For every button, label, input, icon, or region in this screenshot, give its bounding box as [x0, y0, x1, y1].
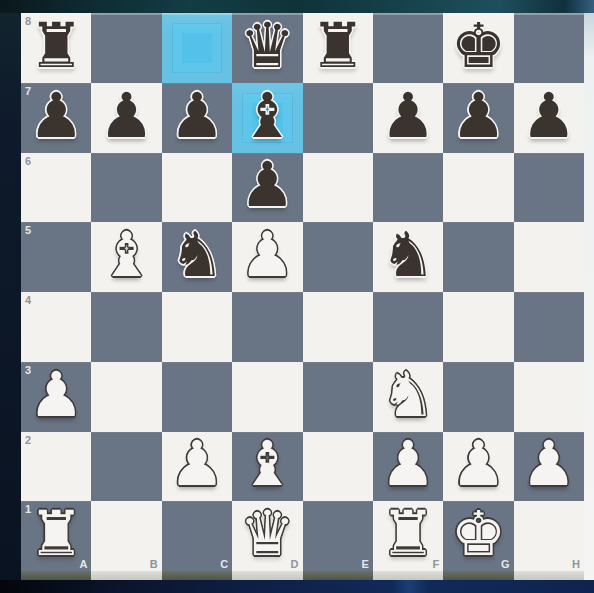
square-e2[interactable]: [303, 432, 373, 502]
rank-label-4: 4: [25, 294, 31, 306]
piece-white-pawn[interactable]: ♟: [240, 224, 296, 286]
piece-white-pawn[interactable]: ♟: [521, 433, 577, 495]
piece-white-queen[interactable]: ♛: [240, 503, 296, 565]
square-d7[interactable]: ♝: [232, 83, 302, 153]
square-g1[interactable]: G♚: [443, 501, 513, 571]
board-edge-segment: [373, 571, 443, 580]
piece-black-queen[interactable]: ♛: [240, 15, 296, 77]
square-c5[interactable]: ♞: [162, 222, 232, 292]
square-f8[interactable]: [373, 13, 443, 83]
board-edge-segment: [91, 571, 161, 580]
board-edge-segment: [443, 571, 513, 580]
file-label-g: G: [501, 558, 510, 570]
square-e3[interactable]: [303, 362, 373, 432]
square-b3[interactable]: [91, 362, 161, 432]
piece-white-pawn[interactable]: ♟: [451, 433, 507, 495]
square-g3[interactable]: [443, 362, 513, 432]
square-a3[interactable]: 3♟: [21, 362, 91, 432]
square-e1[interactable]: E: [303, 501, 373, 571]
piece-black-rook[interactable]: ♜: [28, 15, 84, 77]
board-bottom-edge: [21, 571, 584, 580]
square-h4[interactable]: [514, 292, 584, 362]
square-f2[interactable]: ♟: [373, 432, 443, 502]
square-b6[interactable]: [91, 153, 161, 223]
rank-label-8: 8: [25, 15, 31, 27]
square-c2[interactable]: ♟: [162, 432, 232, 502]
piece-white-pawn[interactable]: ♟: [28, 364, 84, 426]
square-h3[interactable]: [514, 362, 584, 432]
square-f4[interactable]: [373, 292, 443, 362]
square-d3[interactable]: [232, 362, 302, 432]
square-d5[interactable]: ♟: [232, 222, 302, 292]
file-label-d: D: [291, 558, 299, 570]
square-h2[interactable]: ♟: [514, 432, 584, 502]
square-a6[interactable]: 6: [21, 153, 91, 223]
square-g5[interactable]: [443, 222, 513, 292]
rank-label-2: 2: [25, 434, 31, 446]
file-label-b: B: [150, 558, 158, 570]
bottom-background-bar: [0, 580, 594, 593]
file-label-e: E: [362, 558, 369, 570]
piece-black-pawn[interactable]: ♟: [28, 85, 84, 147]
square-c7[interactable]: ♟: [162, 83, 232, 153]
square-b8[interactable]: [91, 13, 161, 83]
square-g6[interactable]: [443, 153, 513, 223]
square-f1[interactable]: F♜: [373, 501, 443, 571]
square-a5[interactable]: 5: [21, 222, 91, 292]
square-a4[interactable]: 4: [21, 292, 91, 362]
square-f5[interactable]: ♞: [373, 222, 443, 292]
piece-black-bishop[interactable]: ♝: [240, 85, 296, 147]
piece-black-pawn[interactable]: ♟: [380, 85, 436, 147]
square-h8[interactable]: [514, 13, 584, 83]
piece-white-rook[interactable]: ♜: [28, 503, 84, 565]
piece-black-pawn[interactable]: ♟: [240, 154, 296, 216]
piece-white-rook[interactable]: ♜: [380, 503, 436, 565]
piece-black-knight[interactable]: ♞: [380, 224, 436, 286]
board-edge-segment: [162, 571, 232, 580]
square-g4[interactable]: [443, 292, 513, 362]
square-f3[interactable]: ♞: [373, 362, 443, 432]
square-b1[interactable]: B: [91, 501, 161, 571]
file-label-h: H: [572, 558, 580, 570]
square-e5[interactable]: [303, 222, 373, 292]
chess-board: 8♜♛♜♚7♟♟♟♝♟♟♟6♟5♝♞♟♞43♟♞2♟♝♟♟♟1A♜BCD♛EF♜…: [21, 13, 584, 571]
square-e8[interactable]: ♜: [303, 13, 373, 83]
square-b4[interactable]: [91, 292, 161, 362]
right-background-strip: [584, 13, 594, 580]
piece-white-pawn[interactable]: ♟: [380, 433, 436, 495]
piece-white-knight[interactable]: ♞: [380, 364, 436, 426]
piece-white-pawn[interactable]: ♟: [169, 433, 225, 495]
square-c8[interactable]: [162, 13, 232, 83]
square-a7[interactable]: 7♟: [21, 83, 91, 153]
square-g2[interactable]: ♟: [443, 432, 513, 502]
square-c1[interactable]: C: [162, 501, 232, 571]
piece-black-rook[interactable]: ♜: [310, 15, 366, 77]
file-label-c: C: [220, 558, 228, 570]
square-f7[interactable]: ♟: [373, 83, 443, 153]
square-b7[interactable]: ♟: [91, 83, 161, 153]
square-d4[interactable]: [232, 292, 302, 362]
square-a1[interactable]: 1A♜: [21, 501, 91, 571]
left-background-strip: [0, 13, 21, 580]
rank-label-7: 7: [25, 85, 31, 97]
square-h7[interactable]: ♟: [514, 83, 584, 153]
piece-white-bishop[interactable]: ♝: [240, 433, 296, 495]
square-g7[interactable]: ♟: [443, 83, 513, 153]
square-d2[interactable]: ♝: [232, 432, 302, 502]
piece-white-bishop[interactable]: ♝: [99, 224, 155, 286]
square-a2[interactable]: 2: [21, 432, 91, 502]
square-h5[interactable]: [514, 222, 584, 292]
rank-label-3: 3: [25, 364, 31, 376]
rank-label-6: 6: [25, 155, 31, 167]
square-g8[interactable]: ♚: [443, 13, 513, 83]
file-label-f: F: [433, 558, 440, 570]
board-edge-segment: [514, 571, 584, 580]
rank-label-5: 5: [25, 224, 31, 236]
file-label-a: A: [79, 558, 87, 570]
piece-white-king[interactable]: ♚: [451, 503, 507, 565]
square-a8[interactable]: 8♜: [21, 13, 91, 83]
square-b2[interactable]: [91, 432, 161, 502]
square-c3[interactable]: [162, 362, 232, 432]
square-h1[interactable]: H: [514, 501, 584, 571]
square-b5[interactable]: ♝: [91, 222, 161, 292]
rank-label-1: 1: [25, 503, 31, 515]
square-c6[interactable]: [162, 153, 232, 223]
square-d1[interactable]: D♛: [232, 501, 302, 571]
square-e6[interactable]: [303, 153, 373, 223]
board-edge-segment: [232, 571, 302, 580]
square-h6[interactable]: [514, 153, 584, 223]
square-c4[interactable]: [162, 292, 232, 362]
square-e7[interactable]: [303, 83, 373, 153]
piece-black-pawn[interactable]: ♟: [451, 85, 507, 147]
piece-black-pawn[interactable]: ♟: [99, 85, 155, 147]
board-edge-segment: [21, 571, 91, 580]
piece-black-knight[interactable]: ♞: [169, 224, 225, 286]
piece-black-pawn[interactable]: ♟: [169, 85, 225, 147]
piece-black-pawn[interactable]: ♟: [521, 85, 577, 147]
square-e4[interactable]: [303, 292, 373, 362]
square-d8[interactable]: ♛: [232, 13, 302, 83]
square-f6[interactable]: [373, 153, 443, 223]
square-d6[interactable]: ♟: [232, 153, 302, 223]
board-edge-segment: [303, 571, 373, 580]
piece-black-king[interactable]: ♚: [451, 15, 507, 77]
